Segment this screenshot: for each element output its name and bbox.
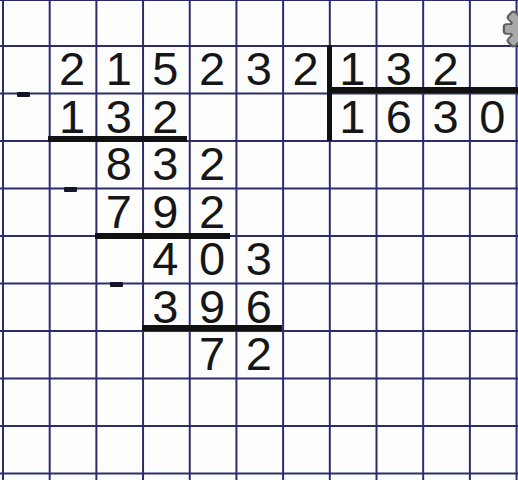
digit-cell: 3: [422, 93, 469, 141]
minus-sign: [64, 187, 77, 192]
digit-cell: 0: [189, 235, 236, 283]
digit-cell: 3: [236, 235, 283, 283]
digit-cell: 4: [142, 235, 189, 283]
digit-cell: 3: [142, 140, 189, 188]
digit-cell: 2: [236, 330, 283, 378]
digit-cell: 3: [376, 45, 423, 93]
digit-cell: 2: [142, 93, 189, 141]
long-division-board: 2 1 5 2 3 2 1 3 2 1 3 2 1 6 3 0 8 3 2 7 …: [0, 0, 518, 480]
digit-cell: 1: [329, 45, 376, 93]
digit-cell: 6: [236, 283, 283, 331]
digit-cell: 6: [376, 93, 423, 141]
digit-cell: 3: [95, 93, 142, 141]
subtraction-rule-3: [142, 325, 282, 331]
digit-cell: 9: [142, 188, 189, 236]
digit-cell: 2: [189, 45, 236, 93]
digit-cell: 1: [95, 45, 142, 93]
digit-cell: 7: [95, 188, 142, 236]
minus-sign: [17, 92, 30, 97]
digit-cell: 2: [189, 140, 236, 188]
digit-cell: 1: [49, 93, 96, 141]
digit-cell: 1: [329, 93, 376, 141]
gear-icon[interactable]: [501, 5, 518, 53]
subtraction-rule-1: [48, 136, 187, 142]
digit-cell: 2: [282, 45, 329, 93]
digit-cell: 2: [49, 45, 96, 93]
digit-cell: 2: [189, 188, 236, 236]
digit-cell: 0: [469, 93, 516, 141]
digit-cell: 8: [95, 140, 142, 188]
subtraction-rule-2: [95, 233, 230, 239]
digit-cell: 3: [142, 283, 189, 331]
digit-cell: 9: [189, 283, 236, 331]
digit-cell: 2: [422, 45, 469, 93]
division-bracket-vertical-line: [327, 45, 332, 141]
digit-cell: 5: [142, 45, 189, 93]
minus-sign: [110, 282, 123, 287]
digit-cell: 7: [189, 330, 236, 378]
digit-cell: 3: [236, 45, 283, 93]
division-bracket-horizontal-line: [327, 87, 518, 93]
